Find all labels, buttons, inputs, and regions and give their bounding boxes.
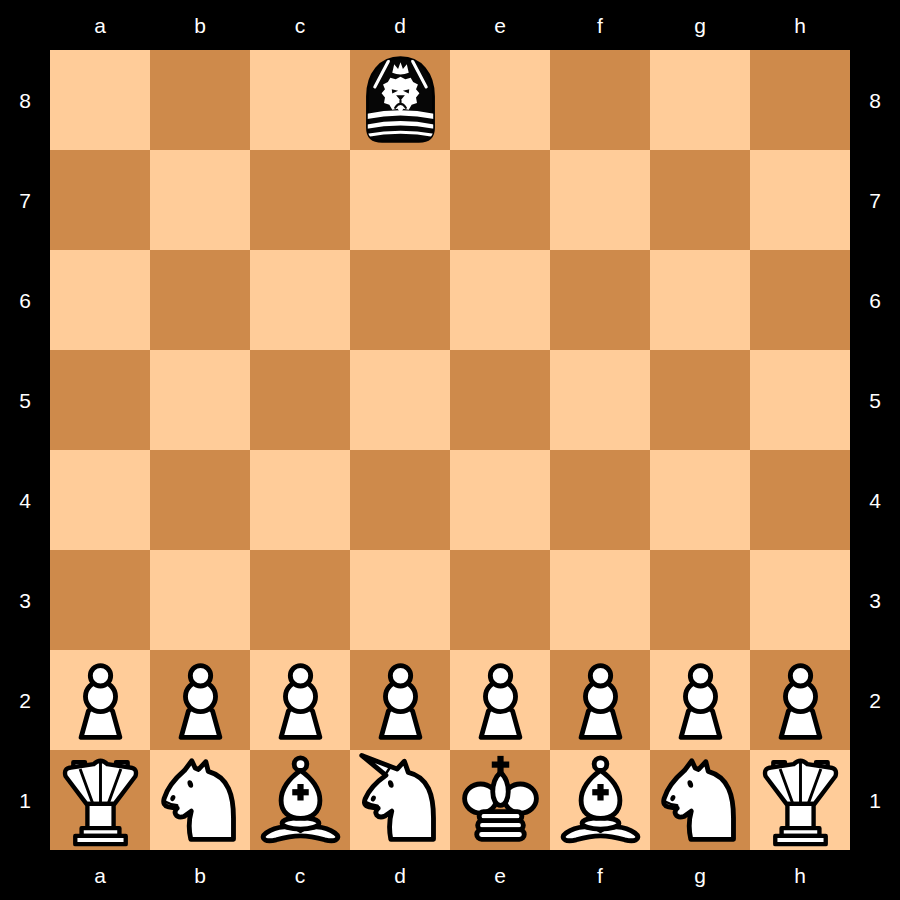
coord-label-5: 5 <box>0 350 50 450</box>
coord-label-f: f <box>550 0 650 50</box>
square-f8[interactable] <box>550 50 650 150</box>
square-e3[interactable] <box>450 550 550 650</box>
square-c4[interactable] <box>250 450 350 550</box>
square-f3[interactable] <box>550 550 650 650</box>
square-b6[interactable] <box>150 250 250 350</box>
white-bishop-icon <box>252 752 349 849</box>
square-d3[interactable] <box>350 550 450 650</box>
white-pawn-icon <box>152 652 249 749</box>
square-d8[interactable] <box>350 50 450 150</box>
piece-white-knight-b1[interactable] <box>150 750 250 850</box>
coord-label-d: d <box>350 850 450 900</box>
square-h2[interactable] <box>750 650 850 750</box>
white-pawn-icon <box>752 652 849 749</box>
square-c2[interactable] <box>250 650 350 750</box>
white-king-icon <box>452 752 549 849</box>
square-d5[interactable] <box>350 350 450 450</box>
square-c3[interactable] <box>250 550 350 650</box>
white-crown-rook-icon <box>52 752 149 849</box>
square-g6[interactable] <box>650 250 750 350</box>
square-d4[interactable] <box>350 450 450 550</box>
square-e1[interactable] <box>450 750 550 850</box>
coord-label-7: 7 <box>0 150 50 250</box>
piece-white-pawn-h2[interactable] <box>750 650 850 750</box>
coord-label-2: 2 <box>850 650 900 750</box>
square-b4[interactable] <box>150 450 250 550</box>
square-f2[interactable] <box>550 650 650 750</box>
coord-label-4: 4 <box>0 450 50 550</box>
square-a8[interactable] <box>50 50 150 150</box>
piece-white-king-e1[interactable] <box>450 750 550 850</box>
square-a7[interactable] <box>50 150 150 250</box>
square-d7[interactable] <box>350 150 450 250</box>
coord-label-d: d <box>350 0 450 50</box>
square-e2[interactable] <box>450 650 550 750</box>
piece-white-crown-rook-h1[interactable] <box>750 750 850 850</box>
coord-label-a: a <box>50 850 150 900</box>
square-e6[interactable] <box>450 250 550 350</box>
piece-white-pawn-g2[interactable] <box>650 650 750 750</box>
white-bishop-icon <box>552 752 649 849</box>
piece-white-pawn-b2[interactable] <box>150 650 250 750</box>
rank-labels-left: 87654321 <box>0 50 50 850</box>
coord-label-b: b <box>150 0 250 50</box>
square-h7[interactable] <box>750 150 850 250</box>
rank-labels-right: 87654321 <box>850 50 900 850</box>
square-f4[interactable] <box>550 450 650 550</box>
square-b8[interactable] <box>150 50 250 150</box>
piece-white-pawn-a2[interactable] <box>50 650 150 750</box>
file-labels-bottom: abcdefgh <box>50 850 850 900</box>
white-unicorn-queen-icon <box>352 752 449 849</box>
square-a3[interactable] <box>50 550 150 650</box>
coord-label-b: b <box>150 850 250 900</box>
square-c1[interactable] <box>250 750 350 850</box>
square-c8[interactable] <box>250 50 350 150</box>
white-pawn-icon <box>352 652 449 749</box>
square-a4[interactable] <box>50 450 150 550</box>
white-pawn-icon <box>552 652 649 749</box>
square-a2[interactable] <box>50 650 150 750</box>
coord-label-8: 8 <box>850 50 900 150</box>
square-h5[interactable] <box>750 350 850 450</box>
coord-label-g: g <box>650 850 750 900</box>
square-a1[interactable] <box>50 750 150 850</box>
white-knight-icon <box>652 752 749 849</box>
square-f6[interactable] <box>550 250 650 350</box>
white-crown-rook-icon <box>752 752 849 849</box>
square-b1[interactable] <box>150 750 250 850</box>
coord-label-e: e <box>450 0 550 50</box>
piece-white-pawn-f2[interactable] <box>550 650 650 750</box>
coord-label-c: c <box>250 0 350 50</box>
square-h8[interactable] <box>750 50 850 150</box>
square-g7[interactable] <box>650 150 750 250</box>
square-h4[interactable] <box>750 450 850 550</box>
coord-label-3: 3 <box>0 550 50 650</box>
square-a5[interactable] <box>50 350 150 450</box>
coord-label-5: 5 <box>850 350 900 450</box>
coord-label-f: f <box>550 850 650 900</box>
square-g3[interactable] <box>650 550 750 650</box>
square-e4[interactable] <box>450 450 550 550</box>
coord-label-6: 6 <box>0 250 50 350</box>
coord-label-7: 7 <box>850 150 900 250</box>
coord-label-2: 2 <box>0 650 50 750</box>
square-f1[interactable] <box>550 750 650 850</box>
coord-label-3: 3 <box>850 550 900 650</box>
white-pawn-icon <box>252 652 349 749</box>
square-g5[interactable] <box>650 350 750 450</box>
coord-label-1: 1 <box>850 750 900 850</box>
square-f5[interactable] <box>550 350 650 450</box>
coord-label-6: 6 <box>850 250 900 350</box>
square-b7[interactable] <box>150 150 250 250</box>
chessboard-screen: abcdefgh abcdefgh 87654321 87654321 <box>0 0 900 900</box>
square-g2[interactable] <box>650 650 750 750</box>
square-f7[interactable] <box>550 150 650 250</box>
square-h1[interactable] <box>750 750 850 850</box>
coord-label-h: h <box>750 850 850 900</box>
file-labels-top: abcdefgh <box>50 0 850 50</box>
piece-black-lion-king-d8[interactable] <box>350 50 450 150</box>
white-pawn-icon <box>452 652 549 749</box>
square-d2[interactable] <box>350 650 450 750</box>
white-pawn-icon <box>52 652 149 749</box>
coord-label-8: 8 <box>0 50 50 150</box>
square-g8[interactable] <box>650 50 750 150</box>
square-d6[interactable] <box>350 250 450 350</box>
square-a6[interactable] <box>50 250 150 350</box>
square-e5[interactable] <box>450 350 550 450</box>
black-lion-king-icon <box>352 52 449 149</box>
coord-label-e: e <box>450 850 550 900</box>
square-h3[interactable] <box>750 550 850 650</box>
square-h6[interactable] <box>750 250 850 350</box>
piece-white-pawn-c2[interactable] <box>250 650 350 750</box>
square-g1[interactable] <box>650 750 750 850</box>
coord-label-4: 4 <box>850 450 900 550</box>
square-b5[interactable] <box>150 350 250 450</box>
square-c6[interactable] <box>250 250 350 350</box>
square-d1[interactable] <box>350 750 450 850</box>
square-g4[interactable] <box>650 450 750 550</box>
square-b3[interactable] <box>150 550 250 650</box>
square-c7[interactable] <box>250 150 350 250</box>
coord-label-g: g <box>650 0 750 50</box>
piece-white-pawn-e2[interactable] <box>450 650 550 750</box>
coord-label-1: 1 <box>0 750 50 850</box>
coord-label-a: a <box>50 0 150 50</box>
coord-label-c: c <box>250 850 350 900</box>
piece-white-crown-rook-a1[interactable] <box>50 750 150 850</box>
square-e7[interactable] <box>450 150 550 250</box>
square-c5[interactable] <box>250 350 350 450</box>
white-pawn-icon <box>652 652 749 749</box>
square-b2[interactable] <box>150 650 250 750</box>
square-e8[interactable] <box>450 50 550 150</box>
coord-label-h: h <box>750 0 850 50</box>
piece-white-bishop-c1[interactable] <box>250 750 350 850</box>
white-knight-icon <box>152 752 249 849</box>
piece-white-knight-g1[interactable] <box>650 750 750 850</box>
piece-white-unicorn-queen-d1[interactable] <box>350 750 450 850</box>
board <box>50 50 850 850</box>
piece-white-bishop-f1[interactable] <box>550 750 650 850</box>
piece-white-pawn-d2[interactable] <box>350 650 450 750</box>
